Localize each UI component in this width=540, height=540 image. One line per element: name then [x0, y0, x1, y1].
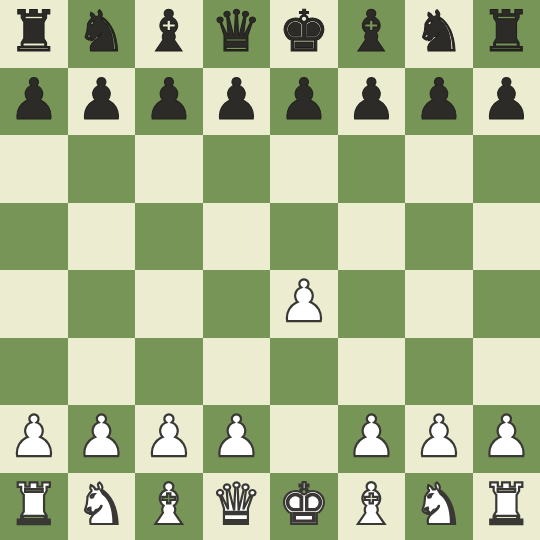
square-g2[interactable]: ♟: [405, 405, 473, 473]
square-g6[interactable]: [405, 135, 473, 203]
square-e3[interactable]: [270, 338, 338, 406]
piece-white-pawn[interactable]: ♟: [278, 270, 329, 335]
piece-black-pawn[interactable]: ♟: [8, 68, 59, 133]
piece-black-queen[interactable]: ♛: [211, 0, 262, 65]
piece-white-pawn[interactable]: ♟: [346, 405, 397, 470]
square-e6[interactable]: [270, 135, 338, 203]
chess-board: ♜♞♝♛♚♝♞♜♟♟♟♟♟♟♟♟♟♟♟♟♟♟♟♟♜♞♝♛♚♝♞♜: [0, 0, 540, 540]
piece-white-rook[interactable]: ♜: [8, 473, 59, 538]
piece-black-king[interactable]: ♚: [278, 0, 329, 65]
piece-white-knight[interactable]: ♞: [413, 473, 464, 538]
square-e7[interactable]: ♟: [270, 68, 338, 136]
square-h4[interactable]: [473, 270, 540, 338]
square-g3[interactable]: [405, 338, 473, 406]
square-e5[interactable]: [270, 203, 338, 271]
piece-white-pawn[interactable]: ♟: [8, 405, 59, 470]
piece-black-bishop[interactable]: ♝: [143, 0, 194, 65]
square-c4[interactable]: [135, 270, 203, 338]
square-d4[interactable]: [203, 270, 271, 338]
piece-black-pawn[interactable]: ♟: [211, 68, 262, 133]
square-f2[interactable]: ♟: [338, 405, 406, 473]
square-c7[interactable]: ♟: [135, 68, 203, 136]
square-c6[interactable]: [135, 135, 203, 203]
square-g7[interactable]: ♟: [405, 68, 473, 136]
square-f4[interactable]: [338, 270, 406, 338]
square-e2[interactable]: [270, 405, 338, 473]
square-h1[interactable]: ♜: [473, 473, 540, 540]
piece-white-pawn[interactable]: ♟: [143, 405, 194, 470]
square-a6[interactable]: [0, 135, 68, 203]
square-b2[interactable]: ♟: [68, 405, 136, 473]
square-c1[interactable]: ♝: [135, 473, 203, 540]
square-d2[interactable]: ♟: [203, 405, 271, 473]
square-h7[interactable]: ♟: [473, 68, 540, 136]
square-d6[interactable]: [203, 135, 271, 203]
square-b6[interactable]: [68, 135, 136, 203]
square-h3[interactable]: [473, 338, 540, 406]
square-a4[interactable]: [0, 270, 68, 338]
piece-black-pawn[interactable]: ♟: [481, 68, 532, 133]
piece-black-pawn[interactable]: ♟: [143, 68, 194, 133]
square-b7[interactable]: ♟: [68, 68, 136, 136]
square-d8[interactable]: ♛: [203, 0, 271, 68]
piece-white-king[interactable]: ♚: [278, 473, 329, 538]
piece-black-pawn[interactable]: ♟: [76, 68, 127, 133]
square-d3[interactable]: [203, 338, 271, 406]
square-f3[interactable]: [338, 338, 406, 406]
square-c5[interactable]: [135, 203, 203, 271]
square-a8[interactable]: ♜: [0, 0, 68, 68]
square-g1[interactable]: ♞: [405, 473, 473, 540]
square-c8[interactable]: ♝: [135, 0, 203, 68]
square-h5[interactable]: [473, 203, 540, 271]
square-h6[interactable]: [473, 135, 540, 203]
piece-white-pawn[interactable]: ♟: [76, 405, 127, 470]
piece-black-pawn[interactable]: ♟: [346, 68, 397, 133]
piece-black-knight[interactable]: ♞: [413, 0, 464, 65]
square-b4[interactable]: [68, 270, 136, 338]
piece-black-rook[interactable]: ♜: [481, 0, 532, 65]
square-h2[interactable]: ♟: [473, 405, 540, 473]
square-b5[interactable]: [68, 203, 136, 271]
square-d1[interactable]: ♛: [203, 473, 271, 540]
square-b1[interactable]: ♞: [68, 473, 136, 540]
square-c2[interactable]: ♟: [135, 405, 203, 473]
square-e1[interactable]: ♚: [270, 473, 338, 540]
piece-white-queen[interactable]: ♛: [211, 473, 262, 538]
square-c3[interactable]: [135, 338, 203, 406]
piece-white-rook[interactable]: ♜: [481, 473, 532, 538]
square-a3[interactable]: [0, 338, 68, 406]
piece-black-bishop[interactable]: ♝: [346, 0, 397, 65]
square-f5[interactable]: [338, 203, 406, 271]
square-e4[interactable]: ♟: [270, 270, 338, 338]
square-a1[interactable]: ♜: [0, 473, 68, 540]
square-b3[interactable]: [68, 338, 136, 406]
square-d5[interactable]: [203, 203, 271, 271]
piece-white-pawn[interactable]: ♟: [481, 405, 532, 470]
square-f6[interactable]: [338, 135, 406, 203]
square-a7[interactable]: ♟: [0, 68, 68, 136]
square-h8[interactable]: ♜: [473, 0, 540, 68]
square-a5[interactable]: [0, 203, 68, 271]
square-g8[interactable]: ♞: [405, 0, 473, 68]
piece-white-pawn[interactable]: ♟: [211, 405, 262, 470]
square-g4[interactable]: [405, 270, 473, 338]
square-f1[interactable]: ♝: [338, 473, 406, 540]
piece-white-knight[interactable]: ♞: [76, 473, 127, 538]
square-f7[interactable]: ♟: [338, 68, 406, 136]
square-d7[interactable]: ♟: [203, 68, 271, 136]
piece-black-rook[interactable]: ♜: [8, 0, 59, 65]
square-f8[interactable]: ♝: [338, 0, 406, 68]
piece-black-knight[interactable]: ♞: [76, 0, 127, 65]
piece-white-bishop[interactable]: ♝: [143, 473, 194, 538]
square-e8[interactable]: ♚: [270, 0, 338, 68]
piece-black-pawn[interactable]: ♟: [413, 68, 464, 133]
square-a2[interactable]: ♟: [0, 405, 68, 473]
piece-black-pawn[interactable]: ♟: [278, 68, 329, 133]
piece-white-bishop[interactable]: ♝: [346, 473, 397, 538]
square-b8[interactable]: ♞: [68, 0, 136, 68]
piece-white-pawn[interactable]: ♟: [413, 405, 464, 470]
square-g5[interactable]: [405, 203, 473, 271]
